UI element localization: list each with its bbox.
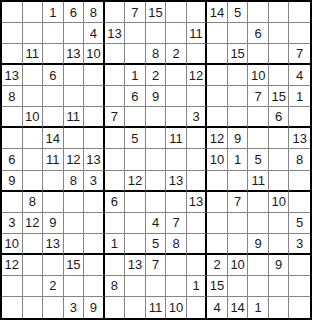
- cell-empty-r7c2[interactable]: [23, 128, 44, 149]
- cell-empty-r7c14[interactable]: [269, 128, 290, 149]
- cell-empty-r10c9[interactable]: [166, 192, 187, 213]
- cell-given-r3c4: 13: [64, 44, 85, 65]
- cell-given-r9c9: 13: [166, 171, 187, 192]
- cell-empty-r2c7[interactable]: [125, 23, 146, 44]
- cell-given-r12c9: 8: [166, 234, 187, 255]
- cell-empty-r9c14[interactable]: [269, 171, 290, 192]
- cell-given-r12c1: 10: [2, 234, 23, 255]
- cell-given-r12c8: 5: [146, 234, 167, 255]
- cell-given-r10c12: 7: [228, 192, 249, 213]
- cell-empty-r4c9[interactable]: [166, 65, 187, 86]
- cell-given-r12c13: 9: [248, 234, 269, 255]
- cell-given-r11c3: 9: [43, 213, 64, 234]
- cell-empty-r5c5[interactable]: [84, 86, 105, 107]
- cell-empty-r12c7[interactable]: [125, 234, 146, 255]
- cell-empty-r3c3[interactable]: [43, 44, 64, 65]
- cell-given-r15c4: 3: [64, 297, 85, 318]
- cell-empty-r8c8[interactable]: [146, 149, 167, 170]
- cell-given-r7c11: 12: [207, 128, 228, 149]
- cell-given-r13c1: 12: [2, 255, 23, 276]
- cell-given-r14c3: 2: [43, 276, 64, 297]
- cell-given-r13c7: 13: [125, 255, 146, 276]
- cell-empty-r1c1[interactable]: [2, 2, 23, 23]
- cell-empty-r4c12[interactable]: [228, 65, 249, 86]
- cell-empty-r12c14[interactable]: [269, 234, 290, 255]
- cell-given-r15c8: 11: [146, 297, 167, 318]
- cell-empty-r2c8[interactable]: [146, 23, 167, 44]
- cell-empty-r6c3[interactable]: [43, 107, 64, 128]
- cell-empty-r11c5[interactable]: [84, 213, 105, 234]
- cell-empty-r6c13[interactable]: [248, 107, 269, 128]
- cell-empty-r9c2[interactable]: [23, 171, 44, 192]
- cell-given-r6c2: 10: [23, 107, 44, 128]
- cell-empty-r13c2[interactable]: [23, 255, 44, 276]
- cell-empty-r12c5[interactable]: [84, 234, 105, 255]
- cell-empty-r14c8[interactable]: [146, 276, 167, 297]
- cell-given-r8c13: 5: [248, 149, 269, 170]
- cell-given-r8c11: 10: [207, 149, 228, 170]
- cell-given-r9c1: 9: [2, 171, 23, 192]
- cell-empty-r5c6[interactable]: [105, 86, 126, 107]
- cell-empty-r3c7[interactable]: [125, 44, 146, 65]
- cell-empty-r7c5[interactable]: [84, 128, 105, 149]
- cell-given-r11c9: 7: [166, 213, 187, 234]
- cell-given-r4c15: 4: [289, 65, 310, 86]
- cell-given-r3c15: 7: [289, 44, 310, 65]
- cell-empty-r5c10[interactable]: [187, 86, 208, 107]
- cell-empty-r13c13[interactable]: [248, 255, 269, 276]
- cell-empty-r8c2[interactable]: [23, 149, 44, 170]
- cell-given-r10c10: 13: [187, 192, 208, 213]
- cell-empty-r3c14[interactable]: [269, 44, 290, 65]
- cell-empty-r6c7[interactable]: [125, 107, 146, 128]
- cell-given-r13c12: 10: [228, 255, 249, 276]
- cell-empty-r1c15[interactable]: [289, 2, 310, 23]
- cell-given-r10c2: 8: [23, 192, 44, 213]
- cell-given-r14c11: 15: [207, 276, 228, 297]
- cell-empty-r14c5[interactable]: [84, 276, 105, 297]
- cell-given-r11c1: 3: [2, 213, 23, 234]
- cell-empty-r15c14[interactable]: [269, 297, 290, 318]
- cell-empty-r13c15[interactable]: [289, 255, 310, 276]
- cell-given-r13c11: 2: [207, 255, 228, 276]
- cell-empty-r1c2[interactable]: [23, 2, 44, 23]
- cell-empty-r14c2[interactable]: [23, 276, 44, 297]
- cell-given-r5c8: 9: [146, 86, 167, 107]
- cell-given-r15c13: 1: [248, 297, 269, 318]
- cell-empty-r15c10[interactable]: [187, 297, 208, 318]
- cell-empty-r2c14[interactable]: [269, 23, 290, 44]
- cell-empty-r10c5[interactable]: [84, 192, 105, 213]
- cell-given-r3c5: 10: [84, 44, 105, 65]
- cell-empty-r2c11[interactable]: [207, 23, 228, 44]
- cell-empty-r15c3[interactable]: [43, 297, 64, 318]
- cell-empty-r2c1[interactable]: [2, 23, 23, 44]
- cell-given-r1c5: 8: [84, 2, 105, 23]
- cell-empty-r8c9[interactable]: [166, 149, 187, 170]
- cell-empty-r4c5[interactable]: [84, 65, 105, 86]
- cell-given-r2c5: 4: [84, 23, 105, 44]
- cell-given-r5c13: 7: [248, 86, 269, 107]
- cell-empty-r15c7[interactable]: [125, 297, 146, 318]
- cell-given-r1c8: 15: [146, 2, 167, 23]
- cell-empty-r7c1[interactable]: [2, 128, 23, 149]
- cell-empty-r1c10[interactable]: [187, 2, 208, 23]
- cell-empty-r10c13[interactable]: [248, 192, 269, 213]
- cell-given-r8c5: 13: [84, 149, 105, 170]
- cell-empty-r11c10[interactable]: [187, 213, 208, 234]
- cell-empty-r8c10[interactable]: [187, 149, 208, 170]
- cell-empty-r7c10[interactable]: [187, 128, 208, 149]
- cell-empty-r10c7[interactable]: [125, 192, 146, 213]
- cell-given-r10c6: 6: [105, 192, 126, 213]
- cell-given-r5c7: 6: [125, 86, 146, 107]
- cell-given-r9c4: 8: [64, 171, 85, 192]
- cell-empty-r5c11[interactable]: [207, 86, 228, 107]
- cell-given-r14c10: 1: [187, 276, 208, 297]
- cell-empty-r4c2[interactable]: [23, 65, 44, 86]
- cell-given-r7c15: 13: [289, 128, 310, 149]
- cell-empty-r10c1[interactable]: [2, 192, 23, 213]
- cell-empty-r14c13[interactable]: [248, 276, 269, 297]
- cell-empty-r14c4[interactable]: [64, 276, 85, 297]
- cell-given-r1c12: 5: [228, 2, 249, 23]
- cell-given-r3c9: 2: [166, 44, 187, 65]
- cell-empty-r8c7[interactable]: [125, 149, 146, 170]
- cell-empty-r1c6[interactable]: [105, 2, 126, 23]
- cell-given-r4c13: 10: [248, 65, 269, 86]
- cell-empty-r9c6[interactable]: [105, 171, 126, 192]
- cell-empty-r14c15[interactable]: [289, 276, 310, 297]
- cell-empty-r1c13[interactable]: [248, 2, 269, 23]
- cell-empty-r6c12[interactable]: [228, 107, 249, 128]
- cell-given-r8c1: 6: [2, 149, 23, 170]
- cell-empty-r15c6[interactable]: [105, 297, 126, 318]
- cell-given-r1c4: 6: [64, 2, 85, 23]
- cell-empty-r2c4[interactable]: [64, 23, 85, 44]
- cell-given-r8c4: 12: [64, 149, 85, 170]
- cell-empty-r9c11[interactable]: [207, 171, 228, 192]
- cell-given-r11c2: 12: [23, 213, 44, 234]
- cell-empty-r2c2[interactable]: [23, 23, 44, 44]
- cell-empty-r9c12[interactable]: [228, 171, 249, 192]
- cell-empty-r6c15[interactable]: [289, 107, 310, 128]
- cell-given-r4c7: 1: [125, 65, 146, 86]
- cell-empty-r14c9[interactable]: [166, 276, 187, 297]
- cell-given-r4c8: 2: [146, 65, 167, 86]
- cell-empty-r7c4[interactable]: [64, 128, 85, 149]
- cell-empty-r15c2[interactable]: [23, 297, 44, 318]
- cell-empty-r5c4[interactable]: [64, 86, 85, 107]
- cell-empty-r13c9[interactable]: [166, 255, 187, 276]
- cell-given-r5c15: 1: [289, 86, 310, 107]
- cell-empty-r15c15[interactable]: [289, 297, 310, 318]
- cell-empty-r4c11[interactable]: [207, 65, 228, 86]
- cell-given-r7c12: 9: [228, 128, 249, 149]
- cell-empty-r5c2[interactable]: [23, 86, 44, 107]
- cell-empty-r5c3[interactable]: [43, 86, 64, 107]
- cell-empty-r7c6[interactable]: [105, 128, 126, 149]
- cell-empty-r9c15[interactable]: [289, 171, 310, 192]
- cell-empty-r12c12[interactable]: [228, 234, 249, 255]
- cell-empty-r11c12[interactable]: [228, 213, 249, 234]
- cell-empty-r3c6[interactable]: [105, 44, 126, 65]
- cell-empty-r3c13[interactable]: [248, 44, 269, 65]
- cell-empty-r10c4[interactable]: [64, 192, 85, 213]
- cell-empty-r4c14[interactable]: [269, 65, 290, 86]
- cell-empty-r11c13[interactable]: [248, 213, 269, 234]
- cell-given-r3c2: 11: [23, 44, 44, 65]
- cell-empty-r9c3[interactable]: [43, 171, 64, 192]
- cell-given-r6c6: 7: [105, 107, 126, 128]
- cell-empty-r10c11[interactable]: [207, 192, 228, 213]
- cell-empty-r9c10[interactable]: [187, 171, 208, 192]
- cell-given-r12c6: 1: [105, 234, 126, 255]
- cell-empty-r2c3[interactable]: [43, 23, 64, 44]
- cell-empty-r2c12[interactable]: [228, 23, 249, 44]
- cell-empty-r14c7[interactable]: [125, 276, 146, 297]
- cell-given-r15c12: 14: [228, 297, 249, 318]
- cell-given-r8c12: 1: [228, 149, 249, 170]
- cell-given-r6c10: 3: [187, 107, 208, 128]
- cell-given-r12c3: 13: [43, 234, 64, 255]
- cell-empty-r14c14[interactable]: [269, 276, 290, 297]
- cell-given-r2c13: 6: [248, 23, 269, 44]
- cell-empty-r8c6[interactable]: [105, 149, 126, 170]
- cell-empty-r6c5[interactable]: [84, 107, 105, 128]
- cell-given-r1c11: 14: [207, 2, 228, 23]
- cell-given-r6c4: 11: [64, 107, 85, 128]
- cell-empty-r10c15[interactable]: [289, 192, 310, 213]
- cell-given-r7c7: 5: [125, 128, 146, 149]
- cell-given-r7c3: 14: [43, 128, 64, 149]
- cell-empty-r14c12[interactable]: [228, 276, 249, 297]
- cell-empty-r3c1[interactable]: [2, 44, 23, 65]
- cell-empty-r15c1[interactable]: [2, 297, 23, 318]
- cell-given-r9c7: 12: [125, 171, 146, 192]
- cell-empty-r6c8[interactable]: [146, 107, 167, 128]
- cell-given-r2c10: 11: [187, 23, 208, 44]
- cell-empty-r7c13[interactable]: [248, 128, 269, 149]
- cell-empty-r12c4[interactable]: [64, 234, 85, 255]
- cell-given-r4c10: 12: [187, 65, 208, 86]
- cell-given-r11c15: 5: [289, 213, 310, 234]
- cell-given-r14c6: 8: [105, 276, 126, 297]
- sudoku-board: 1687151454131161113108215713612121048697…: [0, 0, 312, 320]
- cell-given-r9c5: 3: [84, 171, 105, 192]
- cell-empty-r14c1[interactable]: [2, 276, 23, 297]
- cell-empty-r13c5[interactable]: [84, 255, 105, 276]
- cell-empty-r11c7[interactable]: [125, 213, 146, 234]
- cell-given-r3c12: 15: [228, 44, 249, 65]
- cell-given-r15c5: 9: [84, 297, 105, 318]
- cell-empty-r13c3[interactable]: [43, 255, 64, 276]
- cell-empty-r4c6[interactable]: [105, 65, 126, 86]
- cell-empty-r7c8[interactable]: [146, 128, 167, 149]
- cell-given-r4c1: 13: [2, 65, 23, 86]
- cell-empty-r5c9[interactable]: [166, 86, 187, 107]
- cell-given-r1c7: 7: [125, 2, 146, 23]
- cell-given-r8c3: 11: [43, 149, 64, 170]
- cell-empty-r13c10[interactable]: [187, 255, 208, 276]
- cell-given-r15c9: 10: [166, 297, 187, 318]
- cell-given-r1c3: 1: [43, 2, 64, 23]
- cell-given-r9c13: 11: [248, 171, 269, 192]
- cell-given-r13c14: 9: [269, 255, 290, 276]
- cell-empty-r11c6[interactable]: [105, 213, 126, 234]
- cell-given-r2c6: 13: [105, 23, 126, 44]
- cell-empty-r3c10[interactable]: [187, 44, 208, 65]
- cell-empty-r11c4[interactable]: [64, 213, 85, 234]
- cell-empty-r6c9[interactable]: [166, 107, 187, 128]
- cell-empty-r11c11[interactable]: [207, 213, 228, 234]
- cell-given-r13c8: 7: [146, 255, 167, 276]
- cell-empty-r13c6[interactable]: [105, 255, 126, 276]
- cell-given-r15c11: 4: [207, 297, 228, 318]
- cell-empty-r12c10[interactable]: [187, 234, 208, 255]
- cell-given-r5c1: 8: [2, 86, 23, 107]
- cell-empty-r2c15[interactable]: [289, 23, 310, 44]
- cell-empty-r12c2[interactable]: [23, 234, 44, 255]
- cell-empty-r6c11[interactable]: [207, 107, 228, 128]
- cell-given-r4c3: 6: [43, 65, 64, 86]
- cell-given-r7c9: 11: [166, 128, 187, 149]
- cell-empty-r10c3[interactable]: [43, 192, 64, 213]
- cell-given-r10c14: 10: [269, 192, 290, 213]
- cell-empty-r1c9[interactable]: [166, 2, 187, 23]
- cell-empty-r5c12[interactable]: [228, 86, 249, 107]
- cell-empty-r9c8[interactable]: [146, 171, 167, 192]
- cell-given-r5c14: 15: [269, 86, 290, 107]
- cell-empty-r8c14[interactable]: [269, 149, 290, 170]
- cell-empty-r3c11[interactable]: [207, 44, 228, 65]
- cell-empty-r6c1[interactable]: [2, 107, 23, 128]
- cell-empty-r12c11[interactable]: [207, 234, 228, 255]
- cell-given-r12c15: 3: [289, 234, 310, 255]
- cell-given-r6c14: 6: [269, 107, 290, 128]
- cell-given-r8c15: 8: [289, 149, 310, 170]
- cell-empty-r10c8[interactable]: [146, 192, 167, 213]
- cell-empty-r4c4[interactable]: [64, 65, 85, 86]
- cell-given-r13c4: 15: [64, 255, 85, 276]
- cell-given-r11c8: 4: [146, 213, 167, 234]
- cell-empty-r2c9[interactable]: [166, 23, 187, 44]
- cell-empty-r11c14[interactable]: [269, 213, 290, 234]
- cell-empty-r1c14[interactable]: [269, 2, 290, 23]
- cell-given-r3c8: 8: [146, 44, 167, 65]
